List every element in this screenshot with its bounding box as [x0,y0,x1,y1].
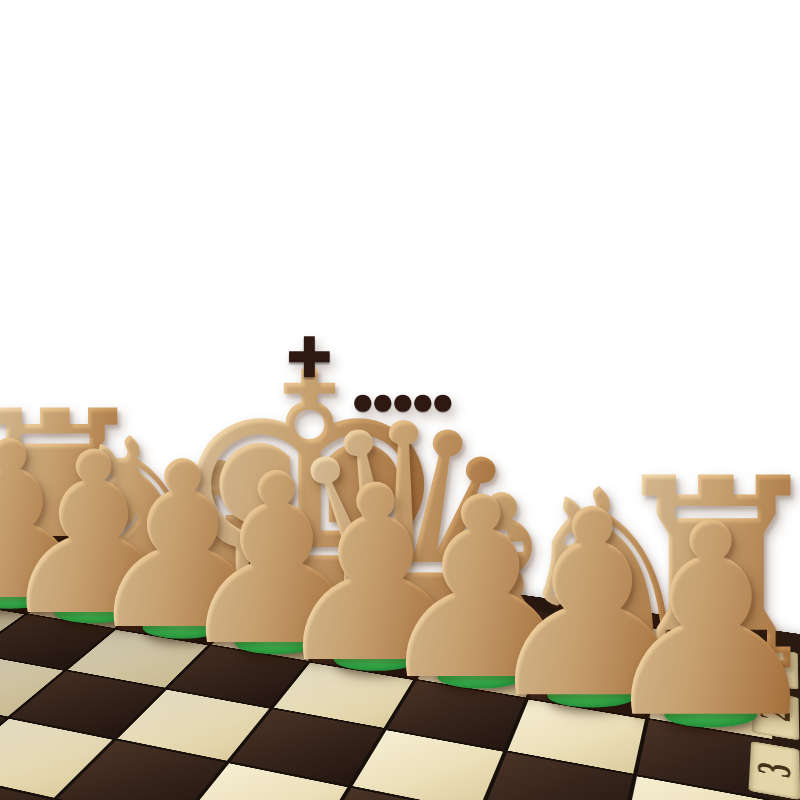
chess-set-photo: 23 ♜♞♝♟♚✚♟♛●●●●●♟♝♟♞♟♜♟♟♟ [0,0,800,800]
white-pawn-a2[interactable]: ♟ [591,488,800,754]
queen-bead-crown-icon: ●●●●● [353,390,453,412]
pawn-glyph: ♟ [591,488,800,754]
